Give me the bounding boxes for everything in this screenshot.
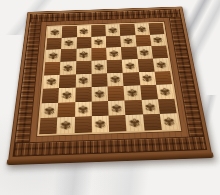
square-d3[interactable]: ✾ <box>91 87 108 102</box>
square-h2[interactable] <box>158 99 177 115</box>
floral-inlay-icon: ✾ <box>153 36 164 44</box>
square-a4[interactable]: ✾ <box>43 75 60 89</box>
square-f7[interactable]: ✾ <box>120 35 136 47</box>
floral-inlay-icon: ✾ <box>50 28 60 36</box>
chess-board: ✾✾✾✾✾✾✾✾✾✾✾✾✾✾✾✾✾✾✾✾✾✾✾✾✾✾✾✾✾✾✾✾ <box>8 7 212 161</box>
square-f4[interactable] <box>123 72 140 86</box>
floral-inlay-icon: ✾ <box>127 88 138 98</box>
square-b3[interactable]: ✾ <box>58 88 75 103</box>
square-c2[interactable]: ✾ <box>75 101 92 117</box>
square-e3[interactable] <box>108 86 125 101</box>
square-e5[interactable] <box>107 60 123 73</box>
floral-inlay-icon: ✾ <box>163 116 176 127</box>
square-b7[interactable]: ✾ <box>61 37 76 49</box>
square-h3[interactable]: ✾ <box>156 84 174 99</box>
floral-inlay-icon: ✾ <box>144 102 156 112</box>
square-g1[interactable] <box>143 114 162 130</box>
floral-inlay-icon: ✾ <box>48 52 58 60</box>
floral-inlay-icon: ✾ <box>79 27 88 35</box>
square-c5[interactable] <box>76 61 92 74</box>
square-b6[interactable] <box>61 49 77 62</box>
square-a7[interactable] <box>46 38 62 50</box>
square-f2[interactable] <box>125 100 143 116</box>
square-a5[interactable] <box>44 62 60 76</box>
floral-inlay-icon: ✾ <box>64 39 74 47</box>
square-g7[interactable] <box>135 35 151 47</box>
square-f5[interactable]: ✾ <box>122 59 139 72</box>
square-a2[interactable]: ✾ <box>41 103 59 119</box>
square-b4[interactable] <box>59 74 75 88</box>
square-c7[interactable] <box>76 37 91 49</box>
floral-inlay-icon: ✾ <box>46 77 57 86</box>
floral-inlay-icon: ✾ <box>109 49 119 57</box>
square-f1[interactable]: ✾ <box>126 115 145 131</box>
floral-inlay-icon: ✾ <box>94 38 104 46</box>
floral-inlay-icon: ✾ <box>142 74 153 83</box>
square-f6[interactable] <box>121 47 137 60</box>
square-h7[interactable]: ✾ <box>150 34 166 46</box>
square-g4[interactable]: ✾ <box>139 71 156 85</box>
floral-inlay-icon: ✾ <box>61 90 72 100</box>
square-b1[interactable]: ✾ <box>57 117 75 134</box>
square-e4[interactable]: ✾ <box>107 72 124 86</box>
square-f3[interactable]: ✾ <box>124 85 141 100</box>
square-h5[interactable]: ✾ <box>153 58 170 71</box>
square-c4[interactable]: ✾ <box>75 74 91 88</box>
square-c3[interactable] <box>75 87 92 102</box>
floral-inlay-icon: ✾ <box>78 76 88 85</box>
floral-inlay-icon: ✾ <box>78 104 89 114</box>
square-b8[interactable] <box>62 26 77 38</box>
floral-inlay-icon: ✾ <box>60 120 72 131</box>
square-a8[interactable]: ✾ <box>47 26 62 38</box>
square-d1[interactable]: ✾ <box>92 116 110 133</box>
floral-inlay-icon: ✾ <box>94 89 105 99</box>
square-d8[interactable] <box>91 25 106 37</box>
board-field: ✾✾✾✾✾✾✾✾✾✾✾✾✾✾✾✾✾✾✾✾✾✾✾✾✾✾✾✾✾✾✾✾ <box>39 23 179 134</box>
floral-inlay-icon: ✾ <box>125 61 136 70</box>
square-d2[interactable] <box>91 101 108 117</box>
square-d4[interactable] <box>91 73 107 87</box>
floral-inlay-icon: ✾ <box>79 50 89 58</box>
field-inlay-frame: ✾✾✾✾✾✾✾✾✾✾✾✾✾✾✾✾✾✾✾✾✾✾✾✾✾✾✾✾✾✾✾✾ <box>37 22 181 136</box>
square-h4[interactable] <box>154 71 172 85</box>
marble-surface: ✾✾✾✾✾✾✾✾✾✾✾✾✾✾✾✾✾✾✾✾✾✾✾✾✾✾✾✾✾✾✾✾ <box>0 0 220 195</box>
floral-inlay-icon: ✾ <box>137 25 147 33</box>
square-g3[interactable] <box>140 85 158 100</box>
square-c8[interactable]: ✾ <box>76 25 91 37</box>
square-e8[interactable]: ✾ <box>105 24 120 36</box>
square-a3[interactable] <box>42 88 59 103</box>
floral-inlay-icon: ✾ <box>44 105 55 115</box>
floral-inlay-icon: ✾ <box>129 117 141 128</box>
floral-inlay-icon: ✾ <box>95 119 106 130</box>
square-f8[interactable] <box>120 24 135 36</box>
square-c6[interactable]: ✾ <box>76 48 91 61</box>
square-d5[interactable]: ✾ <box>91 60 107 73</box>
square-h6[interactable] <box>151 46 168 59</box>
square-g6[interactable]: ✾ <box>136 46 153 59</box>
square-e2[interactable]: ✾ <box>108 100 126 116</box>
square-e7[interactable] <box>106 36 121 48</box>
square-c1[interactable] <box>74 117 91 134</box>
square-e6[interactable]: ✾ <box>106 47 122 60</box>
floral-inlay-icon: ✾ <box>108 26 118 34</box>
floral-inlay-icon: ✾ <box>139 48 150 56</box>
square-a1[interactable] <box>39 118 57 135</box>
floral-inlay-icon: ✾ <box>111 103 122 113</box>
square-h8[interactable] <box>148 23 164 35</box>
floral-inlay-icon: ✾ <box>63 63 73 72</box>
floral-inlay-icon: ✾ <box>123 37 133 45</box>
floral-inlay-icon: ✾ <box>94 62 104 71</box>
floral-inlay-icon: ✾ <box>159 87 171 97</box>
square-b2[interactable] <box>58 102 75 118</box>
square-g8[interactable]: ✾ <box>134 23 150 35</box>
square-a6[interactable]: ✾ <box>45 49 61 62</box>
square-g2[interactable]: ✾ <box>141 99 159 115</box>
square-g5[interactable] <box>137 58 154 71</box>
square-e1[interactable] <box>109 115 127 131</box>
square-d7[interactable]: ✾ <box>91 36 106 48</box>
square-h1[interactable]: ✾ <box>160 114 179 130</box>
square-b5[interactable]: ✾ <box>60 61 76 74</box>
square-d6[interactable] <box>91 48 106 61</box>
floral-inlay-icon: ✾ <box>110 75 121 84</box>
floral-inlay-icon: ✾ <box>156 60 167 69</box>
